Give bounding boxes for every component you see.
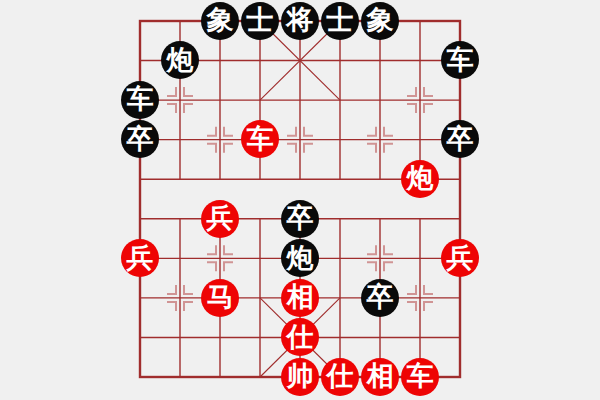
piece-red-soldier[interactable]: 兵 xyxy=(441,239,479,277)
piece-red-general[interactable]: 帅 xyxy=(281,358,319,396)
piece-red-soldier[interactable]: 兵 xyxy=(201,200,239,238)
piece-red-chariot[interactable]: 车 xyxy=(241,120,279,158)
piece-black-elephant[interactable]: 象 xyxy=(201,2,239,40)
piece-black-soldier[interactable]: 卒 xyxy=(361,279,399,317)
piece-black-general[interactable]: 将 xyxy=(281,2,319,40)
piece-red-elephant[interactable]: 相 xyxy=(281,279,319,317)
piece-red-horse[interactable]: 马 xyxy=(201,279,239,317)
piece-black-advisor[interactable]: 士 xyxy=(241,2,279,40)
piece-red-chariot[interactable]: 车 xyxy=(401,358,439,396)
piece-red-advisor[interactable]: 仕 xyxy=(321,358,359,396)
piece-red-soldier[interactable]: 兵 xyxy=(121,239,159,277)
piece-black-cannon[interactable]: 炮 xyxy=(281,239,319,277)
piece-red-cannon[interactable]: 炮 xyxy=(401,160,439,198)
piece-black-elephant[interactable]: 象 xyxy=(361,2,399,40)
piece-black-cannon[interactable]: 炮 xyxy=(161,41,199,79)
piece-red-elephant[interactable]: 相 xyxy=(361,358,399,396)
board-pieces-layer: 象士将士象炮车车卒车卒炮兵卒兵炮兵马相卒仕帅仕相车 xyxy=(120,1,480,396)
piece-black-soldier[interactable]: 卒 xyxy=(281,200,319,238)
piece-black-soldier[interactable]: 卒 xyxy=(121,120,159,158)
piece-black-chariot[interactable]: 车 xyxy=(121,81,159,119)
xiangqi-app: 象士将士象炮车车卒车卒炮兵卒兵炮兵马相卒仕帅仕相车 xyxy=(0,0,600,400)
piece-red-advisor[interactable]: 仕 xyxy=(281,318,319,356)
piece-black-chariot[interactable]: 车 xyxy=(441,41,479,79)
piece-black-soldier[interactable]: 卒 xyxy=(441,120,479,158)
piece-black-advisor[interactable]: 士 xyxy=(321,2,359,40)
